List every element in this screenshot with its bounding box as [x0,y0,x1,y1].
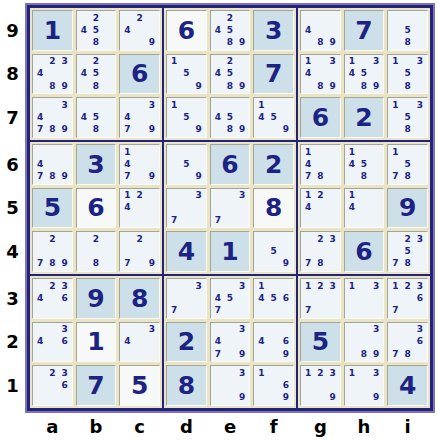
candidate-2: 2 [402,233,414,245]
candidate-4: 4 [121,112,133,124]
candidate-4: 4 [121,158,133,170]
candidate-7: 7 [34,258,46,270]
candidate-5: 5 [402,246,414,258]
candidate-4: 4 [212,336,224,348]
candidate-2: 2 [314,233,326,245]
cell-value: 9 [87,286,104,311]
pencil-marks: 2458 [77,11,116,50]
candidate-7: 7 [121,124,133,136]
cell-c8[interactable]: 6 [119,54,160,95]
candidate-9: 9 [236,124,248,136]
pencil-marks: 346 [33,323,72,362]
cell-value: 2 [265,152,282,177]
cell-h6[interactable]: 1458 [344,144,385,185]
col-labels-group-2: ghi [298,413,430,439]
candidate-9: 9 [146,124,158,136]
candidate-6: 6 [414,292,426,304]
pencil-marks: 37 [211,189,250,228]
candidate-3: 3 [414,99,426,111]
cell-value: 2 [178,329,195,354]
candidate-9: 9 [280,392,292,404]
sudoku-app: 987654321 124582492348924586347894583479… [0,0,440,440]
candidate-4: 4 [121,24,133,36]
cell-e8[interactable]: 24589 [210,54,251,95]
cell-c4[interactable]: 279 [119,231,160,272]
cell-h9[interactable]: 7 [344,10,385,51]
candidate-1: 1 [302,146,314,158]
cell-a8[interactable]: 23489 [32,54,73,95]
candidate-1: 1 [389,280,401,292]
cell-g1[interactable]: 1239 [300,365,341,406]
candidate-1: 1 [168,99,180,111]
candidate-1: 1 [168,56,180,68]
box-8: 123713123675389367812391394 [298,276,430,408]
candidate-1: 1 [121,190,133,202]
cell-f8[interactable]: 7 [253,54,294,95]
candidate-4: 4 [302,158,314,170]
candidate-3: 3 [326,280,338,292]
candidate-9: 9 [280,258,292,270]
candidate-9: 9 [192,124,204,136]
candidate-6: 6 [58,292,70,304]
candidate-4: 4 [346,202,358,214]
pencil-marks: 1237 [301,279,340,318]
candidate-1: 1 [346,367,358,379]
candidate-7: 7 [121,170,133,182]
candidate-2: 2 [46,280,58,292]
candidate-8: 8 [314,258,326,270]
candidate-9: 9 [146,36,158,48]
pencil-marks: 124 [301,189,340,228]
candidate-8: 8 [402,124,414,136]
col-label-i: i [387,413,428,439]
candidate-9: 9 [236,392,248,404]
candidate-2: 2 [90,56,102,68]
cell-d2[interactable]: 2 [166,322,207,363]
candidate-1: 1 [389,146,401,158]
row-label-1: 1 [0,365,25,406]
row-labels-group-1: 654 [0,142,25,274]
candidate-7: 7 [121,258,133,270]
candidate-3: 3 [58,367,70,379]
cell-a9[interactable]: 1 [32,10,73,51]
candidate-5: 5 [180,112,192,124]
candidate-4: 4 [212,68,224,80]
candidate-9: 9 [192,80,204,92]
candidate-5: 5 [224,24,236,36]
candidate-3: 3 [236,280,248,292]
cell-h7[interactable]: 2 [344,97,385,138]
candidate-4: 4 [255,336,267,348]
candidate-1: 1 [121,146,133,158]
row-label-8: 8 [0,54,25,95]
pencil-marks: 23489 [33,55,72,94]
candidate-3: 3 [370,367,382,379]
cell-h1[interactable]: 139 [344,365,385,406]
pencil-marks: 169 [254,366,293,405]
candidate-1: 1 [346,146,358,158]
pencil-marks: 34 [120,323,159,362]
cell-d6[interactable]: 59 [166,144,207,185]
candidate-8: 8 [90,124,102,136]
cell-f4[interactable]: 59 [253,231,294,272]
cell-value: 4 [178,239,195,264]
cell-e1[interactable]: 39 [210,365,251,406]
row-labels-group-2: 321 [0,276,25,408]
candidate-9: 9 [370,80,382,92]
cell-value: 1 [87,329,104,354]
row-labels-group-0: 987 [0,8,25,140]
candidate-5: 5 [402,68,414,80]
candidate-2: 2 [46,367,58,379]
box-2: 489758134891345891358621358 [298,8,430,140]
candidate-4: 4 [212,24,224,36]
cell-f1[interactable]: 169 [253,365,294,406]
candidate-1: 1 [255,99,267,111]
cell-d7[interactable]: 159 [166,97,207,138]
cell-c7[interactable]: 3479 [119,97,160,138]
cell-a3[interactable]: 2346 [32,278,73,319]
candidate-9: 9 [146,170,158,182]
candidate-1: 1 [302,280,314,292]
candidate-2: 2 [224,12,236,24]
cell-b7[interactable]: 458 [76,97,117,138]
candidate-1: 1 [302,190,314,202]
box-1: 624589315924589715945891459 [164,8,296,140]
candidate-3: 3 [414,56,426,68]
candidate-7: 7 [34,170,46,182]
cell-g7[interactable]: 6 [300,97,341,138]
candidate-3: 3 [236,367,248,379]
row-label-2: 2 [0,322,25,363]
candidate-3: 3 [326,56,338,68]
pencil-marks: 13 [345,279,384,318]
candidate-8: 8 [402,258,414,270]
candidate-3: 3 [370,280,382,292]
candidate-3: 3 [414,324,426,336]
candidate-2: 2 [314,280,326,292]
cell-c6[interactable]: 1479 [119,144,160,185]
cell-i4[interactable]: 23578 [387,231,428,272]
box-5: 1478145815781241492378623578 [298,142,430,274]
candidate-8: 8 [402,80,414,92]
cell-c1[interactable]: 5 [119,365,160,406]
cell-f9[interactable]: 3 [253,10,294,51]
pencil-marks: 59 [254,232,293,271]
col-labels: abcdefghi [27,413,433,439]
pencil-marks: 2378 [301,232,340,271]
candidate-8: 8 [314,170,326,182]
candidate-8: 8 [314,80,326,92]
cell-e3[interactable]: 3457 [210,278,251,319]
candidate-2: 2 [90,233,102,245]
pencil-marks: 389 [345,323,384,362]
candidate-1: 1 [255,280,267,292]
col-label-f: f [253,413,294,439]
pencil-marks: 2458 [77,55,116,94]
cell-h8[interactable]: 134589 [344,54,385,95]
cell-b2[interactable]: 1 [76,322,117,363]
cell-a2[interactable]: 346 [32,322,73,363]
pencil-marks: 24589 [211,11,250,50]
cell-b1[interactable]: 7 [76,365,117,406]
candidate-5: 5 [180,68,192,80]
candidate-5: 5 [402,158,414,170]
candidate-7: 7 [389,258,401,270]
cell-d1[interactable]: 8 [166,365,207,406]
cell-a6[interactable]: 4789 [32,144,73,185]
candidate-3: 3 [370,324,382,336]
cell-i8[interactable]: 1358 [387,54,428,95]
candidate-5: 5 [268,112,280,124]
col-label-g: g [300,413,341,439]
candidate-8: 8 [46,258,58,270]
candidate-8: 8 [314,36,326,48]
cell-value: 7 [265,61,282,86]
cell-i5[interactable]: 9 [387,188,428,229]
candidate-4: 4 [255,112,267,124]
candidate-9: 9 [58,170,70,182]
cell-c9[interactable]: 249 [119,10,160,51]
candidate-9: 9 [236,80,248,92]
candidate-5: 5 [90,24,102,36]
cell-value: 9 [399,195,416,220]
pencil-marks: 1358 [388,98,427,137]
cell-i2[interactable]: 3678 [387,322,428,363]
candidate-3: 3 [236,190,248,202]
cell-b3[interactable]: 9 [76,278,117,319]
candidate-4: 4 [34,292,46,304]
cell-value: 6 [312,105,329,130]
cell-h4[interactable]: 6 [344,231,385,272]
pencil-marks: 34789 [33,98,72,137]
cell-e5[interactable]: 37 [210,188,251,229]
cell-value: 5 [131,373,148,398]
cell-c2[interactable]: 34 [119,322,160,363]
cell-d4[interactable]: 4 [166,231,207,272]
candidate-5: 5 [268,246,280,258]
cell-g8[interactable]: 13489 [300,54,341,95]
box-3: 47893147956124278928279 [30,142,162,274]
candidate-2: 2 [46,56,58,68]
cell-g2[interactable]: 5 [300,322,341,363]
col-label-h: h [344,413,385,439]
candidate-8: 8 [224,124,236,136]
candidate-2: 2 [314,190,326,202]
col-label-c: c [119,413,160,439]
candidate-8: 8 [224,80,236,92]
candidate-5: 5 [90,112,102,124]
cell-i6[interactable]: 1578 [387,144,428,185]
candidate-6: 6 [280,336,292,348]
row-label-9: 9 [0,10,25,51]
candidate-9: 9 [370,348,382,360]
candidate-3: 3 [192,190,204,202]
cell-g4[interactable]: 2378 [300,231,341,272]
pencil-marks: 39 [211,366,250,405]
pencil-marks: 1478 [301,145,340,184]
pencil-marks: 159 [167,98,206,137]
candidate-3: 3 [58,56,70,68]
cell-c5[interactable]: 124 [119,188,160,229]
candidate-9: 9 [236,36,248,48]
cell-value: 3 [87,152,104,177]
cell-value: 5 [44,195,61,220]
candidate-9: 9 [58,124,70,136]
candidate-1: 1 [302,367,314,379]
candidate-9: 9 [58,80,70,92]
cell-d8[interactable]: 159 [166,54,207,95]
cell-value: 3 [265,18,282,43]
candidate-3: 3 [146,99,158,111]
cell-value: 5 [312,329,329,354]
cell-b6[interactable]: 3 [76,144,117,185]
box-6: 23469834613423675 [30,276,162,408]
cell-c3[interactable]: 8 [119,278,160,319]
cell-b8[interactable]: 2458 [76,54,117,95]
cell-value: 1 [44,18,61,43]
candidate-2: 2 [402,280,414,292]
candidate-6: 6 [58,380,70,392]
candidate-6: 6 [58,336,70,348]
box-4: 5962373784159 [164,142,296,274]
candidate-1: 1 [346,190,358,202]
candidate-2: 2 [90,12,102,24]
cell-a1[interactable]: 236 [32,365,73,406]
pencil-marks: 3479 [120,98,159,137]
cell-b5[interactable]: 6 [76,188,117,229]
candidate-9: 9 [326,80,338,92]
candidate-7: 7 [302,304,314,316]
cell-value: 8 [178,373,195,398]
pencil-marks: 3479 [211,323,250,362]
candidate-5: 5 [180,158,192,170]
pencil-marks: 4789 [33,145,72,184]
cell-e6[interactable]: 6 [210,144,251,185]
candidate-7: 7 [34,124,46,136]
cell-e4[interactable]: 1 [210,231,251,272]
candidate-8: 8 [46,124,58,136]
candidate-5: 5 [402,24,414,36]
cell-e2[interactable]: 3479 [210,322,251,363]
cell-f5[interactable]: 8 [253,188,294,229]
candidate-2: 2 [46,233,58,245]
candidate-7: 7 [212,214,224,226]
candidate-7: 7 [212,348,224,360]
cell-b9[interactable]: 2458 [76,10,117,51]
candidate-8: 8 [224,36,236,48]
candidate-5: 5 [90,68,102,80]
cell-d5[interactable]: 37 [166,188,207,229]
candidate-5: 5 [358,158,370,170]
candidate-3: 3 [192,280,204,292]
cell-e7[interactable]: 4589 [210,97,251,138]
candidate-5: 5 [358,68,370,80]
cell-f6[interactable]: 2 [253,144,294,185]
cell-h2[interactable]: 389 [344,322,385,363]
candidate-8: 8 [358,80,370,92]
candidate-8: 8 [90,36,102,48]
cell-i1[interactable]: 4 [387,365,428,406]
candidate-7: 7 [389,348,401,360]
row-label-7: 7 [0,97,25,138]
pencil-marks: 458 [77,98,116,137]
cell-a5[interactable]: 5 [32,188,73,229]
candidate-2: 2 [134,233,146,245]
pencil-marks: 23578 [388,232,427,271]
row-label-4: 4 [0,231,25,272]
candidate-8: 8 [402,348,414,360]
candidate-1: 1 [255,367,267,379]
pencil-marks: 249 [120,11,159,50]
cell-value: 2 [355,105,372,130]
cell-h5[interactable]: 14 [344,188,385,229]
cell-g5[interactable]: 124 [300,188,341,229]
candidate-3: 3 [414,233,426,245]
pencil-marks: 12367 [388,279,427,318]
cell-a7[interactable]: 34789 [32,97,73,138]
cell-g6[interactable]: 1478 [300,144,341,185]
cell-b4[interactable]: 28 [76,231,117,272]
cell-i7[interactable]: 1358 [387,97,428,138]
candidate-5: 5 [224,112,236,124]
cell-value: 6 [178,18,195,43]
box-0: 124582492348924586347894583479 [30,8,162,140]
cell-a4[interactable]: 2789 [32,231,73,272]
cell-f2[interactable]: 469 [253,322,294,363]
cell-f7[interactable]: 1459 [253,97,294,138]
candidate-4: 4 [302,68,314,80]
cell-g9[interactable]: 489 [300,10,341,51]
cell-value: 8 [265,195,282,220]
candidate-8: 8 [90,80,102,92]
col-label-b: b [76,413,117,439]
candidate-3: 3 [326,233,338,245]
pencil-marks: 134589 [345,55,384,94]
pencil-marks: 3678 [388,323,427,362]
row-label-3: 3 [0,278,25,319]
pencil-marks: 159 [167,55,206,94]
candidate-2: 2 [314,367,326,379]
candidate-4: 4 [121,336,133,348]
cell-value: 6 [87,195,104,220]
cell-i3[interactable]: 12367 [387,278,428,319]
candidate-3: 3 [414,280,426,292]
cell-e9[interactable]: 24589 [210,10,251,51]
candidate-9: 9 [280,124,292,136]
cell-f3[interactable]: 1456 [253,278,294,319]
candidate-9: 9 [58,258,70,270]
cell-d3[interactable]: 37 [166,278,207,319]
pencil-marks: 2346 [33,279,72,318]
candidate-7: 7 [302,170,314,182]
candidate-2: 2 [134,190,146,202]
cell-value: 7 [87,373,104,398]
pencil-marks: 279 [120,232,159,271]
cell-h3[interactable]: 13 [344,278,385,319]
candidate-9: 9 [370,392,382,404]
cell-d9[interactable]: 6 [166,10,207,51]
pencil-marks: 1456 [254,279,293,318]
cell-g3[interactable]: 1237 [300,278,341,319]
candidate-4: 4 [34,68,46,80]
candidate-2: 2 [224,56,236,68]
cell-i9[interactable]: 58 [387,10,428,51]
pencil-marks: 236 [33,366,72,405]
cell-value: 6 [355,239,372,264]
candidate-9: 9 [326,36,338,48]
cell-value: 4 [399,373,416,398]
